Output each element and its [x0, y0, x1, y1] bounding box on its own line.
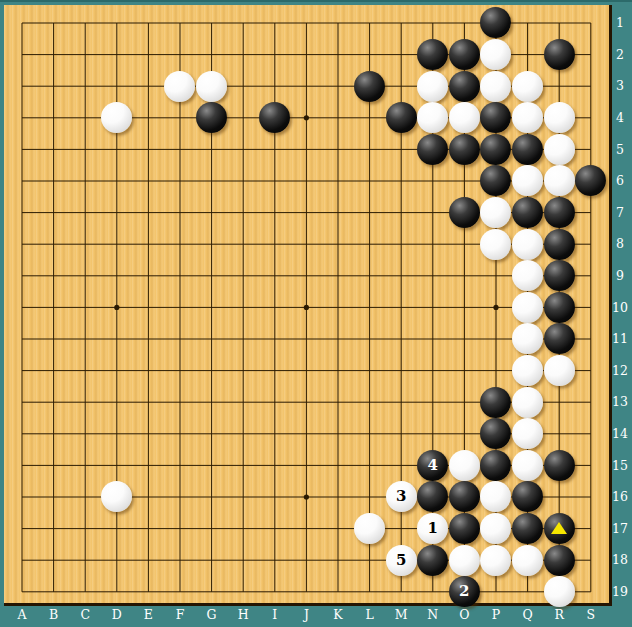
intersection-F3[interactable]: [164, 70, 196, 102]
intersection-J9[interactable]: [291, 260, 323, 292]
intersection-C12[interactable]: [69, 355, 101, 387]
intersection-E10[interactable]: [133, 292, 165, 324]
intersection-K18[interactable]: [322, 544, 354, 576]
intersection-K7[interactable]: [322, 197, 354, 229]
intersection-B10[interactable]: [38, 292, 70, 324]
intersection-Q3[interactable]: [512, 70, 544, 102]
intersection-C14[interactable]: [69, 418, 101, 450]
intersection-M18[interactable]: 5: [385, 544, 417, 576]
intersection-J5[interactable]: [291, 134, 323, 166]
intersection-F10[interactable]: [164, 292, 196, 324]
intersection-E12[interactable]: [133, 355, 165, 387]
intersection-S17[interactable]: [575, 513, 607, 545]
intersection-I7[interactable]: [259, 197, 291, 229]
intersection-F18[interactable]: [164, 544, 196, 576]
intersection-C9[interactable]: [69, 260, 101, 292]
intersection-D9[interactable]: [101, 260, 133, 292]
intersection-S16[interactable]: [575, 481, 607, 513]
intersection-O18[interactable]: [449, 544, 481, 576]
intersection-I15[interactable]: [259, 450, 291, 482]
intersection-R7[interactable]: [543, 197, 575, 229]
intersection-Q1[interactable]: [512, 7, 544, 39]
intersection-R9[interactable]: [543, 260, 575, 292]
intersection-R1[interactable]: [543, 7, 575, 39]
intersection-S9[interactable]: [575, 260, 607, 292]
intersection-J4[interactable]: [291, 102, 323, 134]
intersection-M7[interactable]: [385, 197, 417, 229]
intersection-G9[interactable]: [196, 260, 228, 292]
intersection-J12[interactable]: [291, 355, 323, 387]
intersection-M3[interactable]: [385, 70, 417, 102]
intersection-E8[interactable]: [133, 228, 165, 260]
intersection-Q5[interactable]: [512, 134, 544, 166]
intersection-N4[interactable]: [417, 102, 449, 134]
intersection-P17[interactable]: [480, 513, 512, 545]
intersection-C16[interactable]: [69, 481, 101, 513]
intersection-K12[interactable]: [322, 355, 354, 387]
intersection-J7[interactable]: [291, 197, 323, 229]
intersection-P9[interactable]: [480, 260, 512, 292]
intersection-K11[interactable]: [322, 323, 354, 355]
intersection-I9[interactable]: [259, 260, 291, 292]
intersection-E11[interactable]: [133, 323, 165, 355]
intersection-R17[interactable]: [543, 513, 575, 545]
intersection-J10[interactable]: [291, 292, 323, 324]
intersection-O1[interactable]: [449, 7, 481, 39]
intersection-K5[interactable]: [322, 134, 354, 166]
intersection-S15[interactable]: [575, 450, 607, 482]
intersection-H8[interactable]: [227, 228, 259, 260]
intersection-F8[interactable]: [164, 228, 196, 260]
intersection-K19[interactable]: [322, 576, 354, 608]
intersection-O9[interactable]: [449, 260, 481, 292]
intersection-H6[interactable]: [227, 165, 259, 197]
intersection-Q19[interactable]: [512, 576, 544, 608]
intersection-I1[interactable]: [259, 7, 291, 39]
intersection-C4[interactable]: [69, 102, 101, 134]
intersection-R10[interactable]: [543, 292, 575, 324]
intersection-D1[interactable]: [101, 7, 133, 39]
intersection-L4[interactable]: [354, 102, 386, 134]
intersection-B6[interactable]: [38, 165, 70, 197]
intersection-G17[interactable]: [196, 513, 228, 545]
intersection-S11[interactable]: [575, 323, 607, 355]
intersection-A14[interactable]: [6, 418, 38, 450]
intersection-L2[interactable]: [354, 39, 386, 71]
intersection-A3[interactable]: [6, 70, 38, 102]
intersection-Q4[interactable]: [512, 102, 544, 134]
intersection-S1[interactable]: [575, 7, 607, 39]
intersection-L13[interactable]: [354, 386, 386, 418]
intersection-B7[interactable]: [38, 197, 70, 229]
intersection-E13[interactable]: [133, 386, 165, 418]
intersection-N9[interactable]: [417, 260, 449, 292]
intersection-S19[interactable]: [575, 576, 607, 608]
intersection-C13[interactable]: [69, 386, 101, 418]
intersection-A4[interactable]: [6, 102, 38, 134]
intersection-K14[interactable]: [322, 418, 354, 450]
intersection-B3[interactable]: [38, 70, 70, 102]
intersection-A12[interactable]: [6, 355, 38, 387]
intersection-J15[interactable]: [291, 450, 323, 482]
intersection-C1[interactable]: [69, 7, 101, 39]
intersection-H11[interactable]: [227, 323, 259, 355]
intersection-P15[interactable]: [480, 450, 512, 482]
intersection-D8[interactable]: [101, 228, 133, 260]
intersection-O7[interactable]: [449, 197, 481, 229]
intersection-E15[interactable]: [133, 450, 165, 482]
intersection-D5[interactable]: [101, 134, 133, 166]
intersection-P2[interactable]: [480, 39, 512, 71]
intersection-L6[interactable]: [354, 165, 386, 197]
intersection-I3[interactable]: [259, 70, 291, 102]
intersection-D13[interactable]: [101, 386, 133, 418]
intersection-P5[interactable]: [480, 134, 512, 166]
intersection-F12[interactable]: [164, 355, 196, 387]
intersection-P16[interactable]: [480, 481, 512, 513]
intersection-M13[interactable]: [385, 386, 417, 418]
intersection-M14[interactable]: [385, 418, 417, 450]
intersection-H13[interactable]: [227, 386, 259, 418]
intersection-S8[interactable]: [575, 228, 607, 260]
intersection-O8[interactable]: [449, 228, 481, 260]
intersection-D3[interactable]: [101, 70, 133, 102]
intersection-Q17[interactable]: [512, 513, 544, 545]
intersection-B13[interactable]: [38, 386, 70, 418]
intersection-H16[interactable]: [227, 481, 259, 513]
intersection-K16[interactable]: [322, 481, 354, 513]
intersection-K17[interactable]: [322, 513, 354, 545]
intersection-A18[interactable]: [6, 544, 38, 576]
intersection-R11[interactable]: [543, 323, 575, 355]
intersection-P13[interactable]: [480, 386, 512, 418]
intersection-D4[interactable]: [101, 102, 133, 134]
intersection-L19[interactable]: [354, 576, 386, 608]
intersection-P6[interactable]: [480, 165, 512, 197]
intersection-Q12[interactable]: [512, 355, 544, 387]
intersection-I12[interactable]: [259, 355, 291, 387]
intersection-G11[interactable]: [196, 323, 228, 355]
intersection-E1[interactable]: [133, 7, 165, 39]
intersection-S13[interactable]: [575, 386, 607, 418]
intersection-O17[interactable]: [449, 513, 481, 545]
intersection-A8[interactable]: [6, 228, 38, 260]
intersection-R4[interactable]: [543, 102, 575, 134]
intersection-R6[interactable]: [543, 165, 575, 197]
intersection-E9[interactable]: [133, 260, 165, 292]
intersection-P3[interactable]: [480, 70, 512, 102]
intersection-L10[interactable]: [354, 292, 386, 324]
intersection-I14[interactable]: [259, 418, 291, 450]
intersection-Q11[interactable]: [512, 323, 544, 355]
intersection-J17[interactable]: [291, 513, 323, 545]
intersection-B12[interactable]: [38, 355, 70, 387]
intersection-H17[interactable]: [227, 513, 259, 545]
intersection-P10[interactable]: [480, 292, 512, 324]
intersection-Q2[interactable]: [512, 39, 544, 71]
intersection-N16[interactable]: [417, 481, 449, 513]
intersection-A5[interactable]: [6, 134, 38, 166]
intersection-L16[interactable]: [354, 481, 386, 513]
intersection-N13[interactable]: [417, 386, 449, 418]
intersection-H10[interactable]: [227, 292, 259, 324]
intersection-C11[interactable]: [69, 323, 101, 355]
intersection-C5[interactable]: [69, 134, 101, 166]
intersection-S12[interactable]: [575, 355, 607, 387]
intersection-G16[interactable]: [196, 481, 228, 513]
intersection-F7[interactable]: [164, 197, 196, 229]
intersection-L1[interactable]: [354, 7, 386, 39]
intersection-N3[interactable]: [417, 70, 449, 102]
intersection-P12[interactable]: [480, 355, 512, 387]
intersection-B19[interactable]: [38, 576, 70, 608]
intersection-O3[interactable]: [449, 70, 481, 102]
intersection-G1[interactable]: [196, 7, 228, 39]
intersection-J6[interactable]: [291, 165, 323, 197]
intersection-L8[interactable]: [354, 228, 386, 260]
intersection-O15[interactable]: [449, 450, 481, 482]
intersection-I5[interactable]: [259, 134, 291, 166]
intersection-J16[interactable]: [291, 481, 323, 513]
intersection-N5[interactable]: [417, 134, 449, 166]
intersection-J3[interactable]: [291, 70, 323, 102]
intersection-A2[interactable]: [6, 39, 38, 71]
intersection-K13[interactable]: [322, 386, 354, 418]
intersection-R15[interactable]: [543, 450, 575, 482]
intersection-J19[interactable]: [291, 576, 323, 608]
intersection-G19[interactable]: [196, 576, 228, 608]
intersection-A17[interactable]: [6, 513, 38, 545]
intersection-N1[interactable]: [417, 7, 449, 39]
intersection-K4[interactable]: [322, 102, 354, 134]
intersection-D18[interactable]: [101, 544, 133, 576]
intersection-M11[interactable]: [385, 323, 417, 355]
intersection-B8[interactable]: [38, 228, 70, 260]
intersection-N11[interactable]: [417, 323, 449, 355]
intersection-Q13[interactable]: [512, 386, 544, 418]
intersection-D17[interactable]: [101, 513, 133, 545]
intersection-B15[interactable]: [38, 450, 70, 482]
intersection-E14[interactable]: [133, 418, 165, 450]
intersection-K10[interactable]: [322, 292, 354, 324]
intersection-S4[interactable]: [575, 102, 607, 134]
intersection-R16[interactable]: [543, 481, 575, 513]
intersection-E16[interactable]: [133, 481, 165, 513]
intersection-M15[interactable]: [385, 450, 417, 482]
intersection-N14[interactable]: [417, 418, 449, 450]
intersection-B16[interactable]: [38, 481, 70, 513]
intersection-B4[interactable]: [38, 102, 70, 134]
intersection-R13[interactable]: [543, 386, 575, 418]
intersection-I2[interactable]: [259, 39, 291, 71]
intersection-A15[interactable]: [6, 450, 38, 482]
intersection-N7[interactable]: [417, 197, 449, 229]
intersection-O13[interactable]: [449, 386, 481, 418]
intersection-J2[interactable]: [291, 39, 323, 71]
intersection-F1[interactable]: [164, 7, 196, 39]
intersection-L3[interactable]: [354, 70, 386, 102]
intersection-R18[interactable]: [543, 544, 575, 576]
intersection-I13[interactable]: [259, 386, 291, 418]
intersection-C18[interactable]: [69, 544, 101, 576]
intersection-L18[interactable]: [354, 544, 386, 576]
intersection-P14[interactable]: [480, 418, 512, 450]
intersection-P19[interactable]: [480, 576, 512, 608]
intersection-B11[interactable]: [38, 323, 70, 355]
intersection-N10[interactable]: [417, 292, 449, 324]
intersection-S5[interactable]: [575, 134, 607, 166]
intersection-H1[interactable]: [227, 7, 259, 39]
intersection-C19[interactable]: [69, 576, 101, 608]
intersection-O19[interactable]: 2: [449, 576, 481, 608]
intersection-R2[interactable]: [543, 39, 575, 71]
intersection-H7[interactable]: [227, 197, 259, 229]
intersection-L15[interactable]: [354, 450, 386, 482]
intersection-J18[interactable]: [291, 544, 323, 576]
intersection-E6[interactable]: [133, 165, 165, 197]
intersection-A1[interactable]: [6, 7, 38, 39]
intersection-I6[interactable]: [259, 165, 291, 197]
intersection-A7[interactable]: [6, 197, 38, 229]
intersection-N6[interactable]: [417, 165, 449, 197]
intersection-S10[interactable]: [575, 292, 607, 324]
intersection-A6[interactable]: [6, 165, 38, 197]
intersection-L11[interactable]: [354, 323, 386, 355]
intersection-R8[interactable]: [543, 228, 575, 260]
intersection-D6[interactable]: [101, 165, 133, 197]
intersection-L17[interactable]: [354, 513, 386, 545]
intersection-I4[interactable]: [259, 102, 291, 134]
intersection-H14[interactable]: [227, 418, 259, 450]
intersection-F11[interactable]: [164, 323, 196, 355]
intersection-M5[interactable]: [385, 134, 417, 166]
intersection-C15[interactable]: [69, 450, 101, 482]
intersection-G10[interactable]: [196, 292, 228, 324]
intersection-H12[interactable]: [227, 355, 259, 387]
intersection-G15[interactable]: [196, 450, 228, 482]
intersection-D15[interactable]: [101, 450, 133, 482]
intersection-P8[interactable]: [480, 228, 512, 260]
intersection-K6[interactable]: [322, 165, 354, 197]
intersection-G8[interactable]: [196, 228, 228, 260]
intersection-E4[interactable]: [133, 102, 165, 134]
intersection-B9[interactable]: [38, 260, 70, 292]
intersection-P18[interactable]: [480, 544, 512, 576]
intersection-S6[interactable]: [575, 165, 607, 197]
intersection-J11[interactable]: [291, 323, 323, 355]
intersection-E17[interactable]: [133, 513, 165, 545]
intersection-L9[interactable]: [354, 260, 386, 292]
intersection-G5[interactable]: [196, 134, 228, 166]
intersection-H5[interactable]: [227, 134, 259, 166]
intersection-E7[interactable]: [133, 197, 165, 229]
intersection-S2[interactable]: [575, 39, 607, 71]
intersection-B14[interactable]: [38, 418, 70, 450]
intersection-M9[interactable]: [385, 260, 417, 292]
intersection-G12[interactable]: [196, 355, 228, 387]
intersection-Q18[interactable]: [512, 544, 544, 576]
intersection-M6[interactable]: [385, 165, 417, 197]
intersection-H18[interactable]: [227, 544, 259, 576]
intersection-N17[interactable]: 1: [417, 513, 449, 545]
intersection-R5[interactable]: [543, 134, 575, 166]
intersection-F6[interactable]: [164, 165, 196, 197]
intersection-D2[interactable]: [101, 39, 133, 71]
intersection-C8[interactable]: [69, 228, 101, 260]
intersection-K8[interactable]: [322, 228, 354, 260]
intersection-F9[interactable]: [164, 260, 196, 292]
intersection-Q7[interactable]: [512, 197, 544, 229]
intersection-D12[interactable]: [101, 355, 133, 387]
intersection-G7[interactable]: [196, 197, 228, 229]
intersection-B2[interactable]: [38, 39, 70, 71]
intersection-F19[interactable]: [164, 576, 196, 608]
intersection-G18[interactable]: [196, 544, 228, 576]
intersection-H19[interactable]: [227, 576, 259, 608]
intersection-I18[interactable]: [259, 544, 291, 576]
intersection-J1[interactable]: [291, 7, 323, 39]
intersection-P7[interactable]: [480, 197, 512, 229]
intersection-I8[interactable]: [259, 228, 291, 260]
intersection-D14[interactable]: [101, 418, 133, 450]
intersection-G4[interactable]: [196, 102, 228, 134]
intersection-F5[interactable]: [164, 134, 196, 166]
intersection-A19[interactable]: [6, 576, 38, 608]
intersection-A13[interactable]: [6, 386, 38, 418]
intersection-H3[interactable]: [227, 70, 259, 102]
intersection-O4[interactable]: [449, 102, 481, 134]
intersection-F15[interactable]: [164, 450, 196, 482]
intersection-A11[interactable]: [6, 323, 38, 355]
intersection-P11[interactable]: [480, 323, 512, 355]
intersection-S3[interactable]: [575, 70, 607, 102]
intersection-M19[interactable]: [385, 576, 417, 608]
intersection-Q10[interactable]: [512, 292, 544, 324]
intersection-D10[interactable]: [101, 292, 133, 324]
intersection-L5[interactable]: [354, 134, 386, 166]
intersection-S14[interactable]: [575, 418, 607, 450]
intersection-B18[interactable]: [38, 544, 70, 576]
intersection-Q14[interactable]: [512, 418, 544, 450]
intersection-N8[interactable]: [417, 228, 449, 260]
intersection-K3[interactable]: [322, 70, 354, 102]
intersection-G6[interactable]: [196, 165, 228, 197]
intersection-C10[interactable]: [69, 292, 101, 324]
intersection-R19[interactable]: [543, 576, 575, 608]
intersection-N12[interactable]: [417, 355, 449, 387]
intersection-P1[interactable]: [480, 7, 512, 39]
intersection-J8[interactable]: [291, 228, 323, 260]
intersection-D11[interactable]: [101, 323, 133, 355]
intersection-E5[interactable]: [133, 134, 165, 166]
intersection-N19[interactable]: [417, 576, 449, 608]
intersection-M1[interactable]: [385, 7, 417, 39]
intersection-M10[interactable]: [385, 292, 417, 324]
intersection-K15[interactable]: [322, 450, 354, 482]
intersection-B1[interactable]: [38, 7, 70, 39]
intersection-E2[interactable]: [133, 39, 165, 71]
intersection-Q6[interactable]: [512, 165, 544, 197]
intersection-C2[interactable]: [69, 39, 101, 71]
intersection-H15[interactable]: [227, 450, 259, 482]
intersection-E3[interactable]: [133, 70, 165, 102]
intersection-R3[interactable]: [543, 70, 575, 102]
intersection-F14[interactable]: [164, 418, 196, 450]
intersection-A10[interactable]: [6, 292, 38, 324]
intersection-E19[interactable]: [133, 576, 165, 608]
intersection-S18[interactable]: [575, 544, 607, 576]
intersection-D7[interactable]: [101, 197, 133, 229]
